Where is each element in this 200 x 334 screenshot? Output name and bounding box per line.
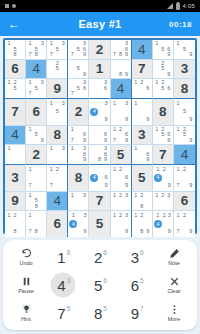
pencil-marks: 1279 [174,211,195,237]
app-header: ← Easy #1 00:18 [0,12,200,36]
cell-r5c1[interactable]: 4 [5,126,26,146]
cell-r4c5[interactable]: 349 [89,99,110,126]
cell-r1c3[interactable]: 1357 [47,40,68,60]
cell-r7c7[interactable]: 5 [132,165,153,192]
remaining-count: 5 [67,305,71,312]
cell-r1c9[interactable]: 159 [174,40,195,60]
control-panel: Undo Note Pause Clear Hint [3,240,197,330]
cell-r5c8[interactable]: 12569 [153,126,174,146]
pencil-marks: 13 [68,192,88,211]
cell-r9c5[interactable]: 5 [89,211,110,237]
remaining-count: 5 [103,305,107,312]
pencil-marks: 1679 [68,126,88,145]
pencil-marks: 1349 [68,211,88,237]
pencil-marks: 159 [174,99,195,125]
cell-r3c7[interactable]: 126 [132,79,153,99]
cell-r2c5[interactable]: 1 [89,60,110,80]
cell-r2c1[interactable]: 6 [5,60,26,80]
cell-r4c9[interactable]: 159 [174,99,195,126]
screen: 4:05 ← Easy #1 00:18 1581357813573567923… [0,0,200,334]
remaining-count: 6 [103,277,107,284]
pause-label: Pause [18,288,34,294]
cell-r3c3[interactable]: 9 [47,79,68,99]
back-button[interactable]: ← [8,18,20,30]
pencil-marks: 128 [132,192,152,211]
pencil-marks: 259 [153,60,173,79]
cell-r7c5[interactable]: 469 [89,165,110,192]
cell-r8c4[interactable]: 13 [68,192,89,212]
status-bar: 4:05 [0,0,200,12]
cell-r7c4[interactable]: 8 [68,165,89,192]
cell-r3c4[interactable]: 3567 [68,79,89,99]
cell-signal-icon [167,3,173,9]
key-9[interactable]: 97 [118,299,155,327]
remaining-count: 3 [67,277,71,284]
game-timer: 00:18 [169,20,192,29]
pencil-marks: 128 [5,211,25,237]
cell-r9c1[interactable]: 128 [5,211,26,237]
pencil-marks: 1 [5,145,25,164]
kebab-menu-icon [169,304,180,315]
pencil-marks: 1279 [174,165,195,191]
cell-r8c1[interactable]: 9 [5,192,26,212]
pencil-marks: 1269 [111,165,131,191]
pencil-icon [169,248,180,259]
pencil-marks: 1259 [174,126,195,145]
cell-r1c8[interactable]: 1569 [153,40,174,60]
cell-r7c2[interactable]: 17 [26,165,47,192]
pencil-marks: 158 [26,192,46,211]
pencil-marks: 36789 [111,40,131,59]
cell-r8c8[interactable]: 123 [153,192,174,212]
notification-dot-icon [12,4,16,8]
note-label: Note [168,260,180,266]
key-6[interactable]: 65 [118,271,155,299]
cell-r3c9[interactable]: 8 [174,79,195,99]
cell-r2c4[interactable]: 59 [68,60,89,80]
pencil-marks: 169 [132,145,152,164]
cell-r9c3[interactable]: 6 [47,211,68,237]
pencil-marks: 1239 [111,211,131,237]
cell-r5c6[interactable]: 12679 [111,126,132,146]
notification-square-icon [5,4,9,8]
cell-r3c6[interactable]: 4 [111,79,132,99]
key-3[interactable]: 36 [118,243,155,271]
cell-r1c2[interactable]: 13578 [26,40,47,60]
cell-r9c9[interactable]: 1279 [174,211,195,237]
cell-r9c7[interactable]: 1289 [132,211,153,237]
cell-r1c1[interactable]: 158 [5,40,26,60]
more-button[interactable]: More [155,299,193,327]
pencil-marks: 178 [26,211,46,237]
cell-r1c4[interactable]: 35679 [68,40,89,60]
cell-r9c2[interactable]: 178 [26,211,47,237]
pencil-marks: 13578 [26,40,46,59]
pencil-marks: 36 [89,79,109,98]
cell-r4c3[interactable]: 135 [47,99,68,126]
pencil-marks: 35679 [68,40,88,59]
cell-r2c3[interactable]: 25 [47,60,68,80]
cell-r7c9[interactable]: 1279 [174,165,195,192]
pencil-marks: 12349 [153,211,173,237]
cell-r1c6[interactable]: 36789 [111,40,132,60]
key-5[interactable]: 56 [82,271,119,299]
pencil-marks: 3567 [68,79,88,98]
cell-r4c6[interactable]: 139 [111,99,132,126]
pencil-marks: 349 [89,99,109,125]
cell-r8c2[interactable]: 158 [26,192,47,212]
clear-button[interactable]: Clear [155,271,193,299]
clear-label: Clear [167,288,180,294]
cell-r8c6[interactable]: 123 [111,192,132,212]
cell-r5c2[interactable]: 159 [26,126,47,146]
hint-label: Hint [21,316,31,322]
cell-r2c6[interactable]: 89 [111,60,132,80]
cell-r5c7[interactable]: 3 [132,126,153,146]
cell-r3c2[interactable]: 1357 [26,79,47,99]
undo-icon [21,248,32,259]
key-2[interactable]: 26 [82,243,119,271]
pencil-marks: 3689 [89,145,109,164]
pencil-marks: 19 [132,99,152,125]
cell-r2c2[interactable]: 4 [26,60,47,80]
cell-r8c5[interactable]: 7 [89,192,110,212]
page-title: Easy #1 [78,18,121,30]
cell-r9c4[interactable]: 1349 [68,211,89,237]
pencil-marks: 1289 [132,211,152,237]
pencil-marks: 1256 [153,79,173,98]
pencil-marks: 127 [47,165,67,191]
cell-r6c9[interactable]: 4 [174,145,195,165]
pencil-marks: 1569 [153,40,173,59]
cell-r5c9[interactable]: 1259 [174,126,195,146]
cell-r7c6[interactable]: 1269 [111,165,132,192]
key-8[interactable]: 85 [82,299,119,327]
pencil-marks: 1357 [47,40,67,59]
key-7[interactable]: 75 [45,299,82,327]
pencil-marks: 139 [111,99,131,125]
pause-icon [21,276,32,287]
pencil-marks: 12679 [111,126,131,145]
cell-r1c7[interactable]: 4 [132,40,153,60]
undo-button[interactable]: Undo [7,243,45,271]
pencil-marks: 69 [89,126,109,145]
pencil-marks: 17 [26,165,46,191]
cell-r6c1[interactable]: 1 [5,145,26,165]
lightbulb-icon [21,304,32,315]
pencil-marks: 59 [68,60,88,79]
pencil-marks: 135 [47,99,67,125]
cell-r3c8[interactable]: 1256 [153,79,174,99]
clear-x-icon [169,276,180,287]
pencil-marks: 1357 [26,79,46,98]
more-label: More [168,316,181,322]
cell-r4c7[interactable]: 19 [132,99,153,126]
pencil-marks: 126 [132,79,152,98]
cell-r4c4[interactable]: 2 [68,99,89,126]
pencil-marks: 1369 [68,145,88,164]
cell-r4c2[interactable]: 6 [26,99,47,126]
pencil-marks: 469 [89,165,109,191]
cell-r5c3[interactable]: 8 [47,126,68,146]
sudoku-board: 1581357813573567923678941569159642559189… [3,38,197,234]
undo-label: Undo [19,260,32,266]
cell-r6c6[interactable]: 5 [111,145,132,165]
pencil-marks: 25 [47,60,67,79]
pencil-marks: 158 [5,40,25,59]
cell-r4c1[interactable]: 7 [5,99,26,126]
pencil-marks: 13 [47,145,67,164]
cell-r5c4[interactable]: 1679 [68,126,89,146]
battery-icon [176,3,180,10]
pause-button[interactable]: Pause [7,271,45,299]
pencil-marks: 125 [5,79,25,98]
cell-r5c5[interactable]: 69 [89,126,110,146]
remaining-count: 6 [140,249,144,256]
cell-r2c8[interactable]: 259 [153,60,174,80]
cell-r6c4[interactable]: 1369 [68,145,89,165]
pencil-marks: 123 [111,192,131,211]
cell-r2c9[interactable]: 3 [174,60,195,80]
pencil-marks: 159 [174,40,195,59]
cell-r8c7[interactable]: 128 [132,192,153,212]
cell-r6c3[interactable]: 13 [47,145,68,165]
pencil-marks: 123 [153,192,173,211]
cell-r2c7[interactable]: 7 [132,60,153,80]
pencil-marks: 12569 [153,126,173,145]
cell-r7c8[interactable]: 1249 [153,165,174,192]
note-button[interactable]: Note [155,243,193,271]
cell-r4c8[interactable]: 8 [153,99,174,126]
key-4[interactable]: 43 [45,271,82,299]
remaining-count: 6 [103,249,107,256]
cell-r8c3[interactable]: 4 [47,192,68,212]
cell-r6c2[interactable]: 2 [26,145,47,165]
cell-r6c5[interactable]: 3689 [89,145,110,165]
cell-r8c9[interactable]: 6 [174,192,195,212]
pencil-marks: 159 [26,126,46,145]
cell-r6c8[interactable]: 7 [153,145,174,165]
pencil-marks: 89 [111,60,131,79]
pencil-marks: 1249 [153,165,173,191]
cell-r3c5[interactable]: 36 [89,79,110,99]
cell-r6c7[interactable]: 169 [132,145,153,165]
cell-r1c5[interactable]: 2 [89,40,110,60]
hint-button[interactable]: Hint [7,299,45,327]
cell-r7c1[interactable]: 3 [5,165,26,192]
cell-r9c8[interactable]: 12349 [153,211,174,237]
cell-r3c1[interactable]: 125 [5,79,26,99]
remaining-count: 7 [140,305,144,312]
remaining-count: 5 [140,277,144,284]
cell-r7c3[interactable]: 127 [47,165,68,192]
remaining-count: 8 [67,249,71,256]
clock-time: 4:05 [183,3,195,9]
key-1[interactable]: 18 [45,243,82,271]
cell-r9c6[interactable]: 1239 [111,211,132,237]
